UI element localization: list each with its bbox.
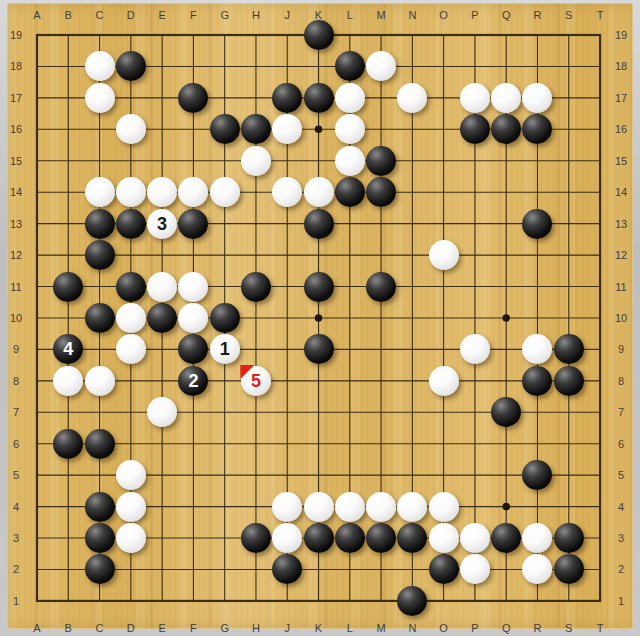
point-H3[interactable] — [240, 522, 271, 553]
point-D3[interactable] — [115, 522, 146, 553]
white-stone — [460, 523, 490, 553]
black-stone — [554, 366, 584, 396]
white-stone — [522, 523, 552, 553]
coord-label-right-2: 2 — [618, 563, 624, 575]
coord-label-left-6: 6 — [13, 438, 19, 450]
black-stone — [304, 334, 334, 364]
coord-label-right-12: 12 — [615, 249, 627, 261]
coord-label-left-17: 17 — [10, 92, 22, 104]
coord-label-right-4: 4 — [618, 501, 624, 513]
point-C6[interactable] — [84, 428, 115, 459]
white-stone — [116, 303, 146, 333]
black-stone — [210, 303, 240, 333]
white-stone — [522, 83, 552, 113]
coord-label-left-3: 3 — [13, 532, 19, 544]
white-stone — [116, 177, 146, 207]
point-H11[interactable] — [240, 271, 271, 302]
point-C10[interactable] — [84, 302, 115, 333]
coord-label-left-19: 19 — [10, 29, 22, 41]
point-J17[interactable] — [272, 82, 303, 113]
coord-label-left-4: 4 — [13, 501, 19, 513]
white-stone — [429, 492, 459, 522]
black-stone — [85, 492, 115, 522]
move-number-label: 1 — [220, 340, 230, 358]
black-stone — [85, 240, 115, 270]
coord-label-right-18: 18 — [615, 60, 627, 72]
coord-label-bottom-A: A — [33, 622, 40, 634]
point-C17[interactable] — [84, 82, 115, 113]
point-D13[interactable] — [115, 208, 146, 239]
white-stone — [116, 460, 146, 490]
point-J3[interactable] — [272, 522, 303, 553]
black-stone — [116, 209, 146, 239]
point-R3[interactable] — [522, 522, 553, 553]
move-number-label: 2 — [188, 372, 198, 390]
coord-label-left-15: 15 — [10, 155, 22, 167]
point-P9[interactable] — [459, 334, 490, 365]
black-stone — [522, 366, 552, 396]
point-F17[interactable] — [178, 82, 209, 113]
point-N1[interactable] — [397, 585, 428, 616]
point-J14[interactable] — [272, 176, 303, 207]
coord-label-left-14: 14 — [10, 186, 22, 198]
point-D14[interactable] — [115, 176, 146, 207]
coord-label-left-11: 11 — [10, 281, 21, 293]
black-stone — [178, 334, 208, 364]
coord-label-bottom-Q: Q — [502, 622, 511, 634]
coord-label-bottom-P: P — [471, 622, 478, 634]
point-M4[interactable] — [365, 491, 396, 522]
point-O2[interactable] — [428, 554, 459, 585]
point-K14[interactable] — [303, 176, 334, 207]
white-stone — [116, 492, 146, 522]
coord-label-right-13: 13 — [615, 218, 627, 230]
coord-label-bottom-C: C — [96, 622, 104, 634]
black-stone — [554, 334, 584, 364]
point-L14[interactable] — [334, 176, 365, 207]
black-stone — [335, 523, 365, 553]
point-E7[interactable] — [146, 397, 177, 428]
point-R16[interactable] — [522, 114, 553, 145]
point-R2[interactable] — [522, 554, 553, 585]
black-stone — [366, 272, 396, 302]
black-stone — [178, 209, 208, 239]
point-R9[interactable] — [522, 334, 553, 365]
white-stone — [429, 366, 459, 396]
coord-label-right-15: 15 — [615, 155, 627, 167]
point-C12[interactable] — [84, 239, 115, 270]
black-stone — [397, 523, 427, 553]
coord-label-bottom-G: G — [220, 622, 229, 634]
point-Q16[interactable] — [491, 114, 522, 145]
coord-label-left-2: 2 — [13, 563, 19, 575]
point-L4[interactable] — [334, 491, 365, 522]
coord-label-left-16: 16 — [10, 123, 22, 135]
point-J2[interactable] — [272, 554, 303, 585]
black-stone — [522, 209, 552, 239]
black-stone — [116, 272, 146, 302]
point-K17[interactable] — [303, 82, 334, 113]
point-C3[interactable] — [84, 522, 115, 553]
point-D4[interactable] — [115, 491, 146, 522]
black-stone — [366, 177, 396, 207]
black-stone — [241, 272, 271, 302]
point-F9[interactable] — [178, 334, 209, 365]
coord-label-right-11: 11 — [615, 281, 626, 293]
point-Q7[interactable] — [491, 397, 522, 428]
coord-label-bottom-M: M — [376, 622, 385, 634]
white-stone — [116, 523, 146, 553]
black-stone — [272, 83, 302, 113]
point-F10[interactable] — [178, 302, 209, 333]
point-C4[interactable] — [84, 491, 115, 522]
coord-label-right-1: 1 — [618, 595, 624, 607]
coord-label-right-7: 7 — [618, 406, 624, 418]
coord-label-bottom-J: J — [284, 622, 290, 634]
white-stone — [304, 492, 334, 522]
coord-label-right-19: 19 — [615, 29, 627, 41]
point-E14[interactable] — [146, 176, 177, 207]
black-stone — [522, 114, 552, 144]
coord-label-left-13: 13 — [10, 218, 22, 230]
coord-label-bottom-S: S — [565, 622, 572, 634]
go-board[interactable]: AA1919BB1818CC1717DD1616EE1515FF1414GG13… — [7, 3, 633, 629]
black-stone — [491, 114, 521, 144]
white-stone — [241, 146, 271, 176]
point-K4[interactable] — [303, 491, 334, 522]
point-R13[interactable] — [522, 208, 553, 239]
board-grid: 34125 — [21, 19, 615, 616]
point-S8[interactable] — [553, 365, 584, 396]
black-stone — [397, 586, 427, 616]
go-board-screenshot: AA1919BB1818CC1717DD1616EE1515FF1414GG13… — [0, 0, 640, 636]
point-D5[interactable] — [115, 459, 146, 490]
point-D9[interactable] — [115, 334, 146, 365]
white-stone — [147, 397, 177, 427]
coord-label-left-8: 8 — [13, 375, 19, 387]
coord-label-right-8: 8 — [618, 375, 624, 387]
point-F11[interactable] — [178, 271, 209, 302]
point-E11[interactable] — [146, 271, 177, 302]
point-N4[interactable] — [397, 491, 428, 522]
point-L16[interactable] — [334, 114, 365, 145]
black-stone — [554, 523, 584, 553]
black-stone — [460, 114, 490, 144]
point-E10[interactable] — [146, 302, 177, 333]
point-C8[interactable] — [84, 365, 115, 396]
coord-label-bottom-O: O — [439, 622, 448, 634]
black-stone — [335, 177, 365, 207]
white-stone — [272, 492, 302, 522]
coord-label-bottom-B: B — [65, 622, 72, 634]
point-N17[interactable] — [397, 82, 428, 113]
white-stone — [272, 114, 302, 144]
coord-label-left-10: 10 — [10, 312, 22, 324]
white-stone — [116, 114, 146, 144]
point-P17[interactable] — [459, 82, 490, 113]
coord-label-left-1: 1 — [13, 595, 19, 607]
white-stone — [85, 177, 115, 207]
point-S9[interactable] — [553, 334, 584, 365]
coord-label-bottom-H: H — [252, 622, 260, 634]
white-stone — [460, 334, 490, 364]
point-Q3[interactable] — [491, 522, 522, 553]
move-number-label: 3 — [157, 215, 167, 233]
black-stone — [85, 303, 115, 333]
white-stone — [147, 272, 177, 302]
coord-label-bottom-F: F — [190, 622, 197, 634]
coord-label-left-7: 7 — [13, 406, 19, 418]
white-stone — [522, 334, 552, 364]
black-stone: 4 — [53, 334, 83, 364]
black-stone — [241, 114, 271, 144]
point-F13[interactable] — [178, 208, 209, 239]
black-stone — [116, 51, 146, 81]
black-stone — [85, 209, 115, 239]
move-number-label: 4 — [63, 340, 73, 358]
point-C14[interactable] — [84, 176, 115, 207]
black-stone — [304, 83, 334, 113]
point-K9[interactable] — [303, 334, 334, 365]
point-D10[interactable] — [115, 302, 146, 333]
black-stone — [366, 146, 396, 176]
point-D18[interactable] — [115, 51, 146, 82]
black-stone — [522, 460, 552, 490]
coord-label-left-9: 9 — [13, 343, 19, 355]
coord-label-bottom-E: E — [158, 622, 165, 634]
point-L18[interactable] — [334, 51, 365, 82]
coord-label-bottom-R: R — [533, 622, 541, 634]
point-G14[interactable] — [209, 176, 240, 207]
point-B9[interactable]: 4 — [53, 334, 84, 365]
white-stone — [335, 114, 365, 144]
white-stone — [116, 334, 146, 364]
point-C18[interactable] — [84, 51, 115, 82]
point-B6[interactable] — [53, 428, 84, 459]
point-M3[interactable] — [365, 522, 396, 553]
black-stone — [85, 523, 115, 553]
point-O8[interactable] — [428, 365, 459, 396]
coord-label-left-5: 5 — [13, 469, 19, 481]
point-N3[interactable] — [397, 522, 428, 553]
black-stone — [491, 397, 521, 427]
point-C2[interactable] — [84, 554, 115, 585]
point-R5[interactable] — [522, 459, 553, 490]
point-P2[interactable] — [459, 554, 490, 585]
black-stone — [429, 554, 459, 584]
point-K3[interactable] — [303, 522, 334, 553]
point-H16[interactable] — [240, 114, 271, 145]
coord-label-right-10: 10 — [615, 312, 627, 324]
white-stone — [178, 303, 208, 333]
black-stone — [335, 51, 365, 81]
coord-label-right-3: 3 — [618, 532, 624, 544]
coord-label-bottom-K: K — [315, 622, 322, 634]
point-G10[interactable] — [209, 302, 240, 333]
black-stone — [210, 114, 240, 144]
white-stone — [178, 272, 208, 302]
point-G16[interactable] — [209, 114, 240, 145]
point-J16[interactable] — [272, 114, 303, 145]
point-O3[interactable] — [428, 522, 459, 553]
point-F14[interactable] — [178, 176, 209, 207]
white-stone — [429, 523, 459, 553]
white-stone — [147, 177, 177, 207]
white-stone — [85, 366, 115, 396]
coord-label-left-18: 18 — [10, 60, 22, 72]
coord-label-right-17: 17 — [615, 92, 627, 104]
white-stone — [460, 554, 490, 584]
white-stone — [397, 492, 427, 522]
point-O12[interactable] — [428, 239, 459, 270]
point-P16[interactable] — [459, 114, 490, 145]
black-stone — [554, 554, 584, 584]
point-C13[interactable] — [84, 208, 115, 239]
point-K19[interactable] — [303, 19, 334, 50]
point-D16[interactable] — [115, 114, 146, 145]
white-stone — [366, 51, 396, 81]
coord-label-right-6: 6 — [618, 438, 624, 450]
white-stone — [366, 492, 396, 522]
point-Q17[interactable] — [491, 82, 522, 113]
white-stone — [53, 366, 83, 396]
black-stone — [304, 523, 334, 553]
point-E13[interactable]: 3 — [146, 208, 177, 239]
white-stone: 1 — [210, 334, 240, 364]
coord-label-bottom-N: N — [408, 622, 416, 634]
point-H15[interactable] — [240, 145, 271, 176]
point-M14[interactable] — [365, 176, 396, 207]
white-stone — [272, 523, 302, 553]
point-K13[interactable] — [303, 208, 334, 239]
black-stone — [304, 272, 334, 302]
coord-label-right-5: 5 — [618, 469, 624, 481]
white-stone — [460, 83, 490, 113]
black-stone — [53, 272, 83, 302]
point-R17[interactable] — [522, 82, 553, 113]
black-stone — [272, 554, 302, 584]
point-P3[interactable] — [459, 522, 490, 553]
point-B11[interactable] — [53, 271, 84, 302]
point-S3[interactable] — [553, 522, 584, 553]
black-stone — [53, 429, 83, 459]
black-stone — [178, 83, 208, 113]
point-M18[interactable] — [365, 51, 396, 82]
point-S2[interactable] — [553, 554, 584, 585]
point-M11[interactable] — [365, 271, 396, 302]
black-stone — [241, 523, 271, 553]
point-G9[interactable]: 1 — [209, 334, 240, 365]
white-stone — [335, 83, 365, 113]
black-stone — [304, 20, 334, 50]
white-stone — [304, 177, 334, 207]
coord-label-bottom-L: L — [347, 622, 353, 634]
point-L15[interactable] — [334, 145, 365, 176]
point-J4[interactable] — [272, 491, 303, 522]
white-stone — [272, 177, 302, 207]
black-stone — [304, 209, 334, 239]
black-stone — [491, 523, 521, 553]
black-stone — [366, 523, 396, 553]
black-stone — [85, 429, 115, 459]
white-stone — [491, 83, 521, 113]
point-M15[interactable] — [365, 145, 396, 176]
coord-label-right-14: 14 — [615, 186, 627, 198]
white-stone — [335, 492, 365, 522]
black-stone — [85, 554, 115, 584]
coord-label-right-16: 16 — [615, 123, 627, 135]
point-O4[interactable] — [428, 491, 459, 522]
point-F8[interactable]: 2 — [178, 365, 209, 396]
point-H8[interactable]: 5 — [240, 365, 271, 396]
point-L3[interactable] — [334, 522, 365, 553]
black-stone — [147, 303, 177, 333]
white-stone — [210, 177, 240, 207]
point-R8[interactable] — [522, 365, 553, 396]
coord-label-left-12: 12 — [10, 249, 22, 261]
white-stone — [522, 554, 552, 584]
white-stone — [335, 146, 365, 176]
white-stone — [178, 177, 208, 207]
white-stone — [85, 51, 115, 81]
white-stone — [397, 83, 427, 113]
point-B8[interactable] — [53, 365, 84, 396]
point-D11[interactable] — [115, 271, 146, 302]
white-stone: 3 — [147, 209, 177, 239]
coord-label-bottom-D: D — [127, 622, 135, 634]
coord-label-bottom-T: T — [597, 622, 604, 634]
coord-label-right-9: 9 — [618, 343, 624, 355]
black-stone: 2 — [178, 366, 208, 396]
point-L17[interactable] — [334, 82, 365, 113]
white-stone — [85, 83, 115, 113]
white-stone — [429, 240, 459, 270]
move-number-label: 5 — [251, 372, 261, 390]
point-K11[interactable] — [303, 271, 334, 302]
